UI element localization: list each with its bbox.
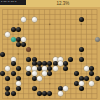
white-stone (58, 91, 63, 96)
black-stone (11, 27, 16, 32)
black-stone (16, 27, 21, 32)
top-bar: •·••·•·••·• 12.3% (0, 0, 100, 7)
black-stone (32, 86, 37, 91)
black-stone (95, 76, 100, 81)
black-stone (16, 86, 21, 91)
white-stone (5, 32, 10, 37)
go-board[interactable] (0, 7, 100, 100)
app-window: •·••·•·••·• 12.3% (0, 0, 100, 100)
black-stone (11, 71, 16, 76)
black-stone (32, 76, 37, 81)
black-stone (74, 81, 79, 86)
white-stone (21, 37, 26, 42)
black-stone (79, 57, 84, 62)
black-stone (26, 57, 31, 62)
black-stone (79, 86, 84, 91)
black-stone (21, 42, 26, 47)
black-stone (0, 52, 5, 57)
black-stone (68, 57, 73, 62)
white-stone (53, 66, 58, 71)
black-stone (79, 17, 84, 22)
white-stone (21, 17, 26, 22)
brown-stone (26, 47, 31, 52)
black-stone (16, 42, 21, 47)
teal-stone (11, 37, 16, 42)
gray-stone (95, 37, 100, 42)
board-grid (0, 7, 100, 100)
black-stone (79, 47, 84, 52)
white-stone (32, 17, 37, 22)
black-stone (16, 37, 21, 42)
winrate-text: 12.3% (50, 0, 76, 7)
black-stone (74, 71, 79, 76)
menu-button[interactable]: •·••·•·••·• (0, 0, 26, 5)
black-stone (37, 91, 42, 96)
black-stone (11, 91, 16, 96)
